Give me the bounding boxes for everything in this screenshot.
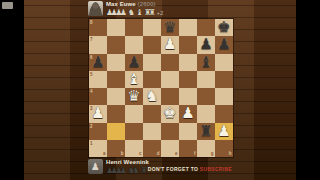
square-g6[interactable]: ♝ — [197, 54, 215, 71]
square-b8[interactable] — [107, 19, 125, 36]
corner-watermark — [2, 2, 13, 9]
subscribe-reminder: DON'T FORGET TO SUBSCRIBE — [148, 166, 232, 172]
square-e5[interactable] — [161, 71, 179, 88]
captured-white-pieces-group: ♞ — [128, 8, 133, 17]
square-b2[interactable] — [107, 123, 125, 140]
square-d5[interactable] — [143, 71, 161, 88]
square-a7[interactable]: 7 — [89, 36, 107, 53]
white-pawn: ♟ — [179, 105, 197, 122]
square-c1[interactable]: c — [125, 140, 143, 157]
square-h5[interactable] — [215, 71, 233, 88]
square-h7[interactable]: ♟ — [215, 36, 233, 53]
white-king: ♚ — [161, 105, 179, 122]
square-f3[interactable]: ♟ — [179, 105, 197, 122]
player-bottom-avatar: ♟ — [88, 159, 103, 174]
material-advantage: +2 — [157, 10, 164, 16]
square-e6[interactable] — [161, 54, 179, 71]
coordinate-file-d: d — [157, 151, 160, 156]
subscribe-prefix: DON'T FORGET TO — [148, 166, 200, 172]
square-a5[interactable]: 5 — [89, 71, 107, 88]
coordinate-file-e: e — [175, 151, 178, 156]
player-bottom-name: Henri Weenink — [106, 159, 149, 165]
square-d4[interactable]: ♞ — [143, 88, 161, 105]
square-c5[interactable]: ♝ — [125, 71, 143, 88]
square-b3[interactable] — [107, 105, 125, 122]
square-f2[interactable] — [179, 123, 197, 140]
coordinate-rank-7: 7 — [90, 37, 93, 42]
square-d2[interactable] — [143, 123, 161, 140]
captured-white-pieces-group: ♟♟♟♟ — [106, 8, 124, 17]
square-g2[interactable]: ♜ — [197, 123, 215, 140]
coordinate-rank-6: 6 — [90, 55, 93, 60]
captured-black-pieces-group: ♟♟♟♟ — [106, 166, 124, 175]
captured-black-pieces-group: ♞♞ — [128, 166, 137, 175]
square-e8[interactable]: ♛ — [161, 19, 179, 36]
white-pawn: ♟ — [161, 36, 179, 53]
coordinate-file-b: b — [121, 151, 124, 156]
player-top-avatar — [88, 1, 103, 16]
player-top-name: Max Euwe — [106, 1, 136, 7]
black-queen: ♛ — [161, 19, 179, 36]
square-b6[interactable] — [107, 54, 125, 71]
coordinate-rank-2: 2 — [90, 124, 93, 129]
square-h8[interactable]: ♚ — [215, 19, 233, 36]
square-a4[interactable]: 4 — [89, 88, 107, 105]
square-c6[interactable]: ♟ — [125, 54, 143, 71]
square-g3[interactable] — [197, 105, 215, 122]
square-f1[interactable]: f — [179, 140, 197, 157]
square-d6[interactable] — [143, 54, 161, 71]
square-e3[interactable]: ♚ — [161, 105, 179, 122]
square-c7[interactable] — [125, 36, 143, 53]
black-pawn: ♟ — [125, 54, 143, 71]
black-pawn: ♟ — [215, 36, 233, 53]
black-pawn: ♟ — [197, 36, 215, 53]
square-c4[interactable]: ♛ — [125, 88, 143, 105]
coordinate-rank-1: 1 — [90, 141, 93, 146]
square-h1[interactable]: h — [215, 140, 233, 157]
coordinate-rank-4: 4 — [90, 89, 93, 94]
coordinate-file-a: a — [103, 151, 106, 156]
square-g8[interactable] — [197, 19, 215, 36]
coordinate-rank-3: 3 — [90, 106, 93, 111]
player-bar-top: Max Euwe (2600) ♟♟♟♟♞♝♜♜+2 — [88, 1, 163, 18]
white-queen: ♛ — [125, 88, 143, 105]
white-knight: ♞ — [143, 88, 161, 105]
subscribe-word: SUBSCRIBE — [200, 166, 232, 172]
video-frame: Max Euwe (2600) ♟♟♟♟♞♝♜♜+2 8♛♚7♟♟♟♟6♟♝5♝… — [0, 0, 320, 180]
square-f5[interactable] — [179, 71, 197, 88]
white-bishop: ♝ — [125, 71, 143, 88]
square-e4[interactable] — [161, 88, 179, 105]
player-bar-bottom: ♟ Henri Weenink ♟♟♟♟♞♞♜ — [88, 159, 149, 177]
square-e7[interactable]: ♟ — [161, 36, 179, 53]
square-e2[interactable] — [161, 123, 179, 140]
square-d8[interactable] — [143, 19, 161, 36]
player-top-captured-tray: ♟♟♟♟♞♝♜♜+2 — [106, 8, 163, 17]
square-g4[interactable] — [197, 88, 215, 105]
square-a2[interactable]: 2 — [89, 123, 107, 140]
captured-white-pieces-group: ♝ — [136, 8, 141, 17]
square-f7[interactable] — [179, 36, 197, 53]
square-h4[interactable] — [215, 88, 233, 105]
square-g5[interactable] — [197, 71, 215, 88]
square-c3[interactable] — [125, 105, 143, 122]
coordinate-file-g: g — [211, 151, 214, 156]
square-e1[interactable]: e — [161, 140, 179, 157]
square-a1[interactable]: 1a — [89, 140, 107, 157]
square-c2[interactable] — [125, 123, 143, 140]
square-h6[interactable] — [215, 54, 233, 71]
player-bottom-name-line: Henri Weenink — [106, 159, 149, 166]
black-rook: ♜ — [197, 123, 215, 140]
coordinate-file-c: c — [139, 151, 142, 156]
square-d1[interactable]: d — [143, 140, 161, 157]
square-h2[interactable]: ♟ — [215, 123, 233, 140]
coordinate-rank-8: 8 — [90, 20, 93, 25]
coordinate-file-h: h — [229, 151, 232, 156]
square-a8[interactable]: 8 — [89, 19, 107, 36]
square-b4[interactable] — [107, 88, 125, 105]
chess-board: 8♛♚7♟♟♟♟6♟♝5♝4♛♞♟3♚♟2♜♟1abcdefgh — [89, 19, 233, 157]
square-g7[interactable]: ♟ — [197, 36, 215, 53]
captured-black-pieces-group: ♜ — [140, 166, 145, 175]
coordinate-file-f: f — [194, 151, 196, 156]
square-d3[interactable] — [143, 105, 161, 122]
square-f8[interactable] — [179, 19, 197, 36]
player-top-rating: (2600) — [138, 1, 156, 7]
square-b5[interactable] — [107, 71, 125, 88]
square-b1[interactable]: b — [107, 140, 125, 157]
captured-white-pieces-group: ♜♜ — [144, 8, 153, 17]
square-c8[interactable] — [125, 19, 143, 36]
square-h3[interactable] — [215, 105, 233, 122]
square-f4[interactable] — [179, 88, 197, 105]
square-d7[interactable] — [143, 36, 161, 53]
square-a6[interactable]: ♟6 — [89, 54, 107, 71]
square-g1[interactable]: g — [197, 140, 215, 157]
square-b7[interactable] — [107, 36, 125, 53]
black-bishop: ♝ — [197, 54, 215, 71]
square-a3[interactable]: ♟3 — [89, 105, 107, 122]
white-pawn: ♟ — [215, 123, 233, 140]
player-top-name-line: Max Euwe (2600) — [106, 1, 163, 8]
coordinate-rank-5: 5 — [90, 72, 93, 77]
black-king: ♚ — [215, 19, 233, 36]
player-bottom-captured-tray: ♟♟♟♟♞♞♜ — [106, 166, 149, 175]
square-f6[interactable] — [179, 54, 197, 71]
